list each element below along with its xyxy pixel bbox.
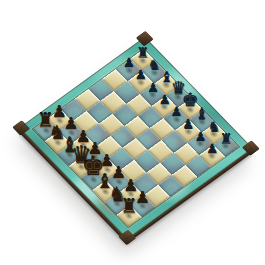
piece-shadow bbox=[121, 209, 138, 224]
board-foot bbox=[118, 230, 136, 246]
board-foot bbox=[242, 140, 260, 156]
chess-board: ♜♞♝♛♚♝♞♜♟♟♟♟♟♟♟♟♟♟♟♟♟♟♟♟♜♞♝♛♚♝♞♜ bbox=[19, 37, 253, 240]
board-foot bbox=[136, 31, 154, 47]
product-photo: Metal chess set with figural bronze piec… bbox=[0, 0, 265, 265]
board-grid: ♜♞♝♛♚♝♞♜♟♟♟♟♟♟♟♟♟♟♟♟♟♟♟♟♜♞♝♛♚♝♞♜ bbox=[32, 48, 241, 229]
board-foot bbox=[12, 120, 30, 136]
